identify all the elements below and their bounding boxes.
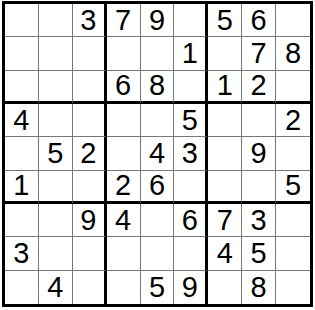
cell-r4c9[interactable]: 2 — [276, 104, 310, 137]
cell-r4c7[interactable] — [208, 104, 242, 137]
cell-r7c3[interactable]: 9 — [73, 204, 107, 237]
cell-r3c6[interactable] — [174, 71, 208, 104]
cell-r2c2[interactable] — [39, 37, 73, 70]
cell-r1c8[interactable]: 6 — [242, 4, 276, 37]
cell-r7c2[interactable] — [39, 204, 73, 237]
cell-r9c7[interactable] — [208, 271, 242, 304]
cell-r7c8[interactable]: 3 — [242, 204, 276, 237]
cell-r6c8[interactable] — [242, 171, 276, 204]
sudoku-screen: 379561786812452524391265946733454598 — [0, 0, 315, 310]
cell-r4c4[interactable] — [107, 104, 141, 137]
cell-r5c1[interactable] — [5, 137, 39, 170]
cell-r6c7[interactable] — [208, 171, 242, 204]
cell-r5c5[interactable]: 4 — [141, 137, 175, 170]
cell-r9c5[interactable]: 5 — [141, 271, 175, 304]
cell-r1c3[interactable]: 3 — [73, 4, 107, 37]
cell-r7c6[interactable]: 6 — [174, 204, 208, 237]
cell-r8c6[interactable] — [174, 237, 208, 270]
cell-r8c5[interactable] — [141, 237, 175, 270]
cell-r9c9[interactable] — [276, 271, 310, 304]
cell-r3c9[interactable] — [276, 71, 310, 104]
cell-r6c9[interactable]: 5 — [276, 171, 310, 204]
cell-r5c6[interactable]: 3 — [174, 137, 208, 170]
cell-r1c4[interactable]: 7 — [107, 4, 141, 37]
cell-r9c1[interactable] — [5, 271, 39, 304]
cell-r8c8[interactable]: 5 — [242, 237, 276, 270]
cell-r2c7[interactable] — [208, 37, 242, 70]
cell-r8c7[interactable]: 4 — [208, 237, 242, 270]
cell-r7c4[interactable]: 4 — [107, 204, 141, 237]
cell-r4c6[interactable]: 5 — [174, 104, 208, 137]
cell-r8c4[interactable] — [107, 237, 141, 270]
cell-r5c3[interactable]: 2 — [73, 137, 107, 170]
cell-r2c4[interactable] — [107, 37, 141, 70]
cell-r5c4[interactable] — [107, 137, 141, 170]
cell-r7c1[interactable] — [5, 204, 39, 237]
cell-r3c7[interactable]: 1 — [208, 71, 242, 104]
cell-r8c3[interactable] — [73, 237, 107, 270]
cell-r5c8[interactable]: 9 — [242, 137, 276, 170]
cell-r3c1[interactable] — [5, 71, 39, 104]
cell-r6c1[interactable]: 1 — [5, 171, 39, 204]
cell-r1c6[interactable] — [174, 4, 208, 37]
cell-r7c9[interactable] — [276, 204, 310, 237]
cell-r7c5[interactable] — [141, 204, 175, 237]
cell-r4c8[interactable] — [242, 104, 276, 137]
cell-r8c2[interactable] — [39, 237, 73, 270]
cell-r1c1[interactable] — [5, 4, 39, 37]
cell-r9c4[interactable] — [107, 271, 141, 304]
cell-r2c8[interactable]: 7 — [242, 37, 276, 70]
cell-r4c1[interactable]: 4 — [5, 104, 39, 137]
cell-r8c9[interactable] — [276, 237, 310, 270]
cell-r3c4[interactable]: 6 — [107, 71, 141, 104]
cell-r9c3[interactable] — [73, 271, 107, 304]
cell-r1c7[interactable]: 5 — [208, 4, 242, 37]
cell-r2c9[interactable]: 8 — [276, 37, 310, 70]
cell-r3c2[interactable] — [39, 71, 73, 104]
cell-r5c2[interactable]: 5 — [39, 137, 73, 170]
cell-r2c3[interactable] — [73, 37, 107, 70]
cell-r6c5[interactable]: 6 — [141, 171, 175, 204]
cell-r6c4[interactable]: 2 — [107, 171, 141, 204]
cell-r2c1[interactable] — [5, 37, 39, 70]
cell-r4c3[interactable] — [73, 104, 107, 137]
cell-r4c5[interactable] — [141, 104, 175, 137]
cell-r3c8[interactable]: 2 — [242, 71, 276, 104]
cell-r9c2[interactable]: 4 — [39, 271, 73, 304]
cell-r3c5[interactable]: 8 — [141, 71, 175, 104]
cell-r4c2[interactable] — [39, 104, 73, 137]
cell-r1c5[interactable]: 9 — [141, 4, 175, 37]
cell-r2c5[interactable] — [141, 37, 175, 70]
cell-r5c9[interactable] — [276, 137, 310, 170]
cell-r6c3[interactable] — [73, 171, 107, 204]
cell-r9c8[interactable]: 8 — [242, 271, 276, 304]
cell-r3c3[interactable] — [73, 71, 107, 104]
cell-r6c6[interactable] — [174, 171, 208, 204]
cell-r2c6[interactable]: 1 — [174, 37, 208, 70]
cell-r5c7[interactable] — [208, 137, 242, 170]
cell-r8c1[interactable]: 3 — [5, 237, 39, 270]
cell-r7c7[interactable]: 7 — [208, 204, 242, 237]
sudoku-board: 379561786812452524391265946733454598 — [2, 1, 313, 307]
cell-r1c2[interactable] — [39, 4, 73, 37]
cell-r6c2[interactable] — [39, 171, 73, 204]
cell-r9c6[interactable]: 9 — [174, 271, 208, 304]
cell-r1c9[interactable] — [276, 4, 310, 37]
